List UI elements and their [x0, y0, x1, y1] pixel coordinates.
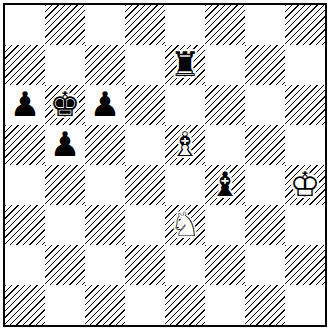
square-h6[interactable] [285, 85, 325, 125]
square-g4[interactable] [245, 165, 285, 205]
square-d6[interactable] [125, 85, 165, 125]
black-rook: ♜♜ [165, 45, 205, 85]
square-c2[interactable] [85, 245, 125, 285]
square-h4[interactable]: ♚♔ [285, 165, 325, 205]
black-king-glyph: ♚ [50, 87, 80, 121]
square-g6[interactable] [245, 85, 285, 125]
square-b8[interactable] [45, 5, 85, 45]
square-c3[interactable] [85, 205, 125, 245]
black-rook-glyph: ♜ [170, 47, 200, 81]
square-c6[interactable]: ♟♟ [85, 85, 125, 125]
square-d8[interactable] [125, 5, 165, 45]
square-d3[interactable] [125, 205, 165, 245]
square-g7[interactable] [245, 45, 285, 85]
square-b2[interactable] [45, 245, 85, 285]
white-knight-glyph: ♘ [170, 207, 200, 241]
square-a1[interactable] [5, 285, 45, 325]
square-a4[interactable] [5, 165, 45, 205]
square-c5[interactable] [85, 125, 125, 165]
square-c8[interactable] [85, 5, 125, 45]
black-pawn-glyph: ♟ [50, 127, 80, 161]
square-f3[interactable] [205, 205, 245, 245]
square-e1[interactable] [165, 285, 205, 325]
square-f1[interactable] [205, 285, 245, 325]
square-c4[interactable] [85, 165, 125, 205]
square-g5[interactable] [245, 125, 285, 165]
square-g3[interactable] [245, 205, 285, 245]
white-knight: ♞♘ [165, 205, 205, 245]
square-a3[interactable] [5, 205, 45, 245]
square-f6[interactable] [205, 85, 245, 125]
square-h3[interactable] [285, 205, 325, 245]
white-king-glyph: ♔ [290, 167, 320, 201]
black-bishop-glyph: ♝ [210, 167, 240, 201]
square-h7[interactable] [285, 45, 325, 85]
square-b5[interactable]: ♟♟ [45, 125, 85, 165]
square-h5[interactable] [285, 125, 325, 165]
square-a5[interactable] [5, 125, 45, 165]
black-pawn: ♟♟ [45, 125, 85, 165]
square-e7[interactable]: ♜♜ [165, 45, 205, 85]
square-c1[interactable] [85, 285, 125, 325]
square-f2[interactable] [205, 245, 245, 285]
square-g8[interactable] [245, 5, 285, 45]
square-e4[interactable] [165, 165, 205, 205]
square-e3[interactable]: ♞♘ [165, 205, 205, 245]
black-king: ♚♚ [45, 85, 85, 125]
square-a2[interactable] [5, 245, 45, 285]
square-d4[interactable] [125, 165, 165, 205]
square-d5[interactable] [125, 125, 165, 165]
black-pawn: ♟♟ [5, 85, 45, 125]
square-h2[interactable] [285, 245, 325, 285]
square-e5[interactable]: ♝♗ [165, 125, 205, 165]
square-e2[interactable] [165, 245, 205, 285]
black-bishop: ♝♝ [205, 165, 245, 205]
square-a6[interactable]: ♟♟ [5, 85, 45, 125]
square-f5[interactable] [205, 125, 245, 165]
square-h1[interactable] [285, 285, 325, 325]
square-b1[interactable] [45, 285, 85, 325]
square-h8[interactable] [285, 5, 325, 45]
square-b6[interactable]: ♚♚ [45, 85, 85, 125]
square-g1[interactable] [245, 285, 285, 325]
square-f4[interactable]: ♝♝ [205, 165, 245, 205]
square-g2[interactable] [245, 245, 285, 285]
square-f7[interactable] [205, 45, 245, 85]
black-pawn-glyph: ♟ [90, 87, 120, 121]
square-e6[interactable] [165, 85, 205, 125]
white-bishop: ♝♗ [165, 125, 205, 165]
square-c7[interactable] [85, 45, 125, 85]
square-e8[interactable] [165, 5, 205, 45]
square-a8[interactable] [5, 5, 45, 45]
square-b4[interactable] [45, 165, 85, 205]
chess-board: ♜♜♟♟♚♚♟♟♟♟♝♗♝♝♚♔♞♘ [5, 5, 325, 325]
square-f8[interactable] [205, 5, 245, 45]
black-pawn: ♟♟ [85, 85, 125, 125]
square-a7[interactable] [5, 45, 45, 85]
white-bishop-glyph: ♗ [170, 127, 200, 161]
square-b3[interactable] [45, 205, 85, 245]
square-d1[interactable] [125, 285, 165, 325]
square-b7[interactable] [45, 45, 85, 85]
chess-diagram: ♜♜♟♟♚♚♟♟♟♟♝♗♝♝♚♔♞♘ [0, 0, 332, 332]
black-pawn-glyph: ♟ [10, 87, 40, 121]
square-d2[interactable] [125, 245, 165, 285]
white-king: ♚♔ [285, 165, 325, 205]
square-d7[interactable] [125, 45, 165, 85]
